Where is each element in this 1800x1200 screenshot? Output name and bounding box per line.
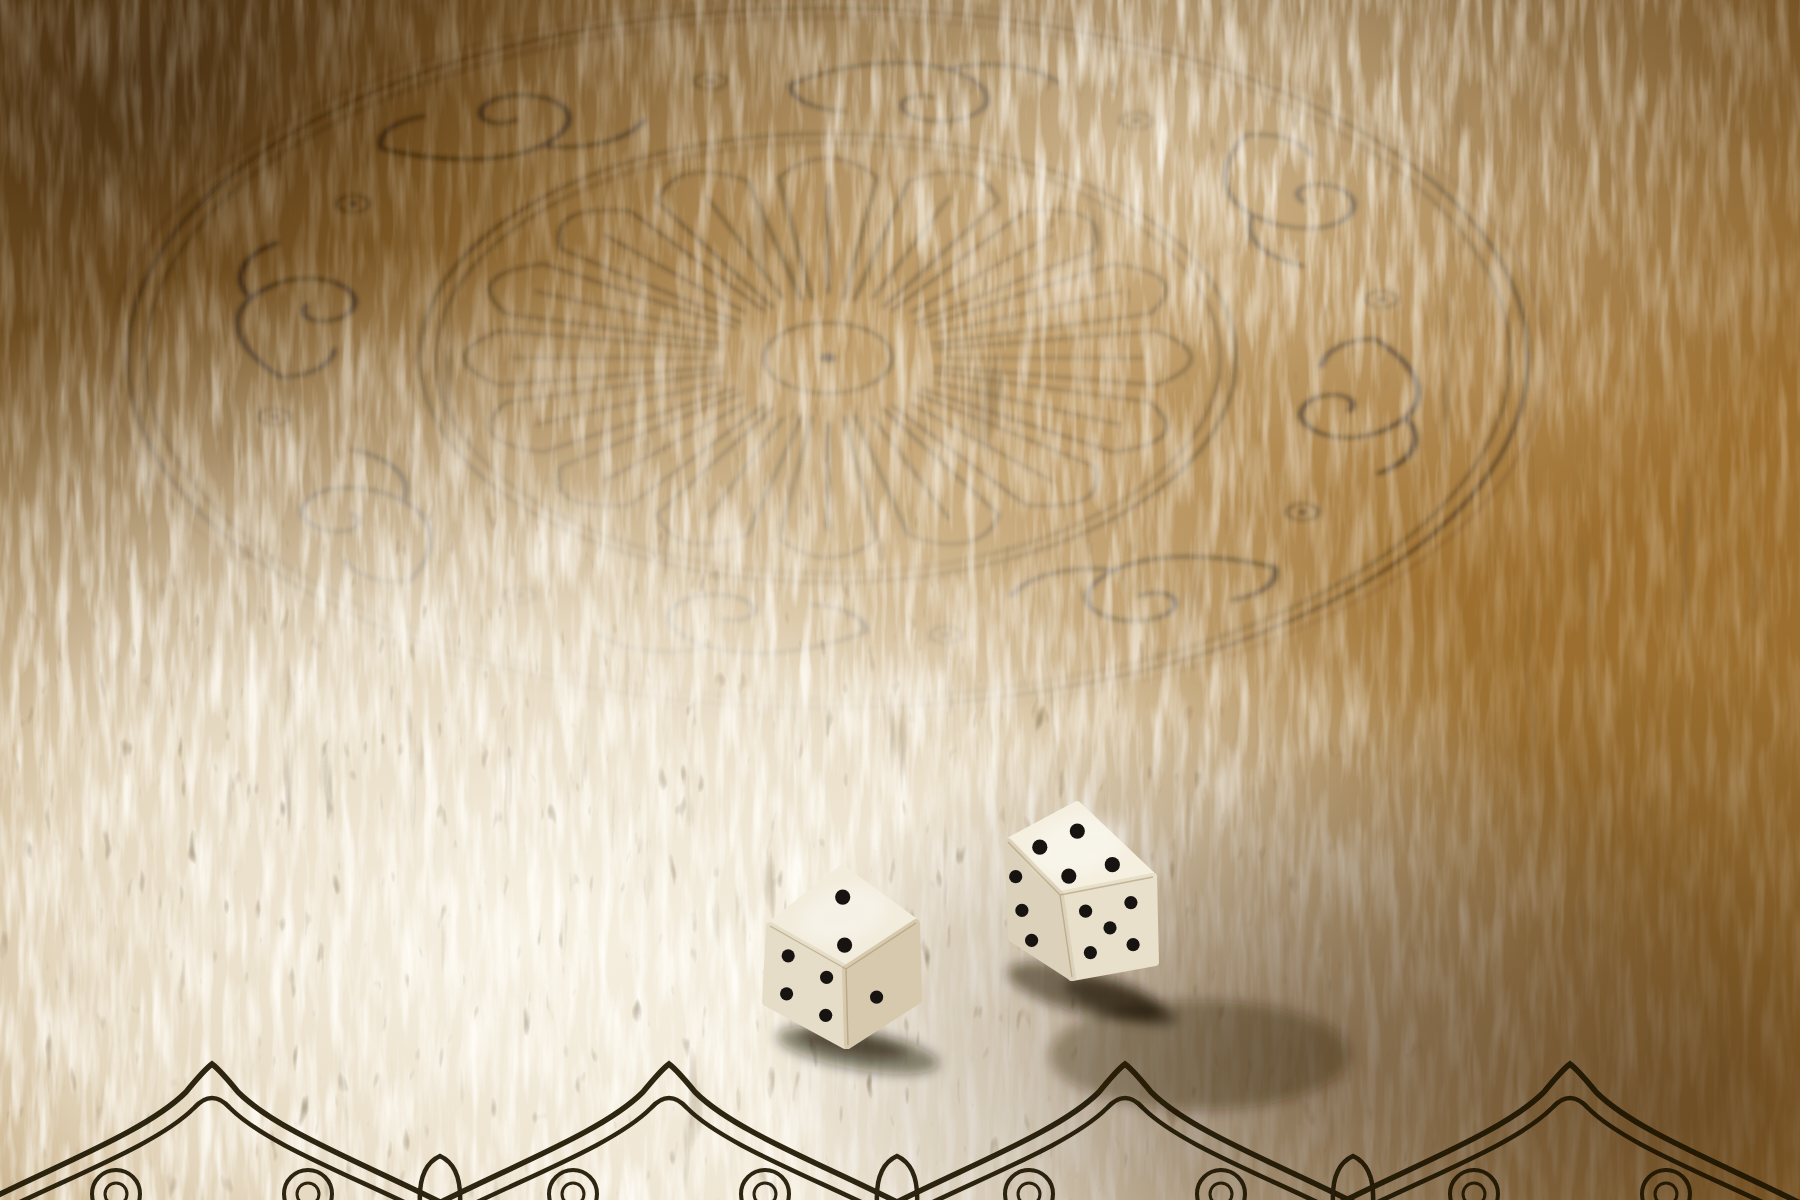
die-pip — [1061, 869, 1076, 884]
die-pip — [1084, 946, 1097, 959]
die-pip — [1032, 840, 1047, 855]
board-photo — [0, 0, 1800, 1200]
die-pip — [1103, 921, 1116, 934]
die-pip — [819, 1009, 832, 1022]
die-pip — [1079, 905, 1092, 918]
board-photo-canvas — [0, 0, 1800, 1200]
die-pip — [1105, 857, 1120, 872]
die-pip — [837, 938, 852, 953]
die-pip — [820, 971, 833, 984]
die-pip — [1009, 870, 1022, 883]
die-pip — [1127, 938, 1140, 951]
die-pip — [782, 949, 795, 962]
die-pip — [1070, 824, 1085, 839]
die-pip — [870, 991, 883, 1004]
die-pip — [835, 890, 850, 905]
die-pip — [1124, 896, 1137, 909]
die-pip — [1015, 904, 1028, 917]
die-pip — [780, 987, 793, 1000]
specular-sheen — [0, 0, 1800, 1200]
die-pip — [1025, 934, 1038, 947]
